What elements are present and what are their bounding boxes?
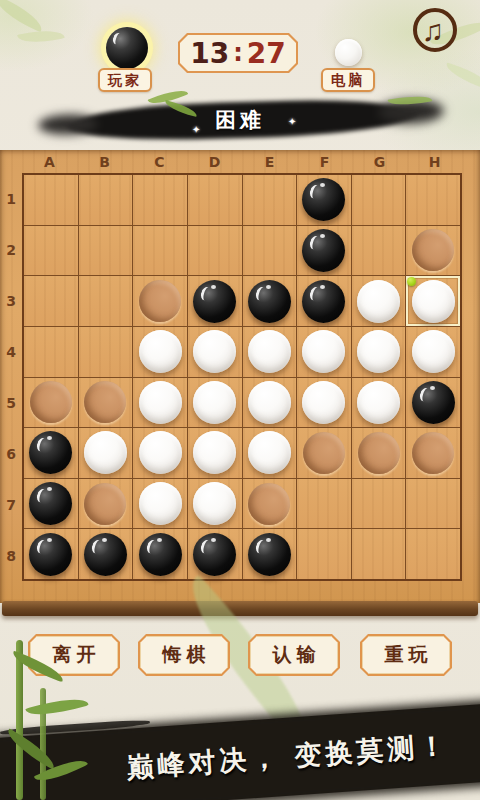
white-stone-H4 [412,330,455,373]
cell-E8[interactable] [243,529,297,579]
cell-B8[interactable] [79,529,133,579]
computer-avatar-white-stone [335,39,362,66]
white-stone-G5 [357,381,400,424]
cell-C5[interactable] [133,378,187,428]
cell-D1[interactable] [188,175,242,225]
row-label-3: 3 [0,275,22,326]
white-stone-E5 [248,381,291,424]
cell-A3[interactable] [24,276,78,326]
cell-D8[interactable] [188,529,242,579]
cell-G5[interactable] [352,378,406,428]
row-label-8: 8 [0,530,22,581]
cell-G8[interactable] [352,529,406,579]
computer-name-tag: 电脑 [321,68,375,92]
legal-move-hint-G6[interactable] [358,432,400,474]
cell-C2[interactable] [133,226,187,276]
cell-F2[interactable] [297,226,351,276]
cell-B4[interactable] [79,327,133,377]
timer-display: 13 : 27 [180,35,296,71]
cell-D7[interactable] [188,479,242,529]
black-stone-A7 [29,482,72,525]
row-label-2: 2 [0,224,22,275]
black-stone-F3 [302,280,345,323]
black-stone-A6 [29,431,72,474]
last-move-indicator-dot [407,277,416,286]
black-stone-F2 [302,229,345,272]
cell-D6[interactable] [188,428,242,478]
black-stone-E8 [248,533,291,576]
cell-B6[interactable] [79,428,133,478]
cell-B1[interactable] [79,175,133,225]
board-base-edge [2,601,478,616]
cell-B5[interactable] [79,378,133,428]
cell-G2[interactable] [352,226,406,276]
cell-A7[interactable] [24,479,78,529]
white-stone-B6 [84,431,127,474]
cell-F7[interactable] [297,479,351,529]
cell-C6[interactable] [133,428,187,478]
white-stone-C5 [139,381,182,424]
cell-C8[interactable] [133,529,187,579]
cell-H3[interactable] [406,276,460,326]
white-stone-G4 [357,330,400,373]
sparkle-decoration: ✦ [288,116,296,127]
cell-B7[interactable] [79,479,133,529]
column-label-B: B [77,152,132,173]
bamboo-leaf-decoration [25,692,88,723]
game-timer: 13 : 27 [178,33,298,73]
cell-G4[interactable] [352,327,406,377]
legal-move-hint-C3[interactable] [139,280,181,322]
black-stone-B8 [84,533,127,576]
bamboo-leaf-decoration [0,0,47,32]
bamboo-leaf-decoration [443,63,480,91]
white-stone-D4 [193,330,236,373]
cell-F6[interactable] [297,428,351,478]
legal-move-hint-F6[interactable] [303,432,345,474]
white-stone-F4 [302,330,345,373]
cell-H7[interactable] [406,479,460,529]
cell-H5[interactable] [406,378,460,428]
cell-E6[interactable] [243,428,297,478]
cell-A2[interactable] [24,226,78,276]
legal-move-hint-E7[interactable] [248,483,290,525]
timer-seconds: 27 [247,37,286,70]
white-stone-C4 [139,330,182,373]
cell-D5[interactable] [188,378,242,428]
music-toggle-button[interactable]: ♫ [413,8,457,52]
black-stone-C8 [139,533,182,576]
white-stone-D7 [193,482,236,525]
cell-E4[interactable] [243,327,297,377]
cell-B3[interactable] [79,276,133,326]
row-label-6: 6 [0,428,22,479]
column-label-D: D [187,152,242,173]
cell-F8[interactable] [297,529,351,579]
slogan-banner: 巅峰对决， 变换莫测！ [0,700,480,800]
cell-D2[interactable] [188,226,242,276]
cell-C7[interactable] [133,479,187,529]
legal-move-hint-H6[interactable] [412,432,454,474]
cell-H6[interactable] [406,428,460,478]
column-label-C: C [132,152,187,173]
cell-A6[interactable] [24,428,78,478]
slogan-text: 巅峰对决， 变换莫测！ [0,700,480,800]
white-stone-E6 [248,431,291,474]
legal-move-hint-B5[interactable] [84,381,126,423]
sparkle-decoration: ✦ [192,124,200,135]
cell-B2[interactable] [79,226,133,276]
white-stone-E4 [248,330,291,373]
cell-C4[interactable] [133,327,187,377]
row-label-5: 5 [0,377,22,428]
cell-H2[interactable] [406,226,460,276]
music-note-icon: ♫ [422,16,445,46]
cell-F5[interactable] [297,378,351,428]
resign-button-label: 认输 [250,636,338,674]
cell-C3[interactable] [133,276,187,326]
player-avatar-black-stone [106,27,148,69]
column-label-A: A [22,152,77,173]
difficulty-label: 困难 [0,106,480,134]
black-stone-E3 [248,280,291,323]
bamboo-stalk-decoration [16,640,23,800]
column-label-G: G [352,152,407,173]
white-stone-F5 [302,381,345,424]
cell-E7[interactable] [243,479,297,529]
cell-A1[interactable] [24,175,78,225]
white-stone-C6 [139,431,182,474]
timer-colon: : [233,39,243,67]
white-stone-D5 [193,381,236,424]
black-stone-D3 [193,280,236,323]
column-labels: ABCDEFGH [22,152,462,173]
white-stone-H3 [412,280,455,323]
timer-minutes: 13 [190,37,229,70]
cell-E2[interactable] [243,226,297,276]
cell-A4[interactable] [24,327,78,377]
white-stone-C7 [139,482,182,525]
white-stone-D6 [193,431,236,474]
cell-G3[interactable] [352,276,406,326]
row-label-1: 1 [0,173,22,224]
cell-E5[interactable] [243,378,297,428]
cell-F3[interactable] [297,276,351,326]
cell-H1[interactable] [406,175,460,225]
row-label-7: 7 [0,479,22,530]
replay-button[interactable]: 重玩 [360,634,452,676]
legal-move-hint-A5[interactable] [30,381,72,423]
resign-button[interactable]: 认输 [248,634,340,676]
cell-A5[interactable] [24,378,78,428]
white-stone-G3 [357,280,400,323]
cell-H4[interactable] [406,327,460,377]
column-label-F: F [297,152,352,173]
cell-F1[interactable] [297,175,351,225]
player-name-tag: 玩家 [98,68,152,92]
cell-A8[interactable] [24,529,78,579]
column-label-E: E [242,152,297,173]
row-labels: 12345678 [0,173,22,581]
cell-D3[interactable] [188,276,242,326]
column-label-H: H [407,152,462,173]
black-stone-F1 [302,178,345,221]
row-label-4: 4 [0,326,22,377]
undo-button-label: 悔棋 [140,636,228,674]
cell-G1[interactable] [352,175,406,225]
black-stone-H5 [412,381,455,424]
board-grid [22,173,462,581]
cell-F4[interactable] [297,327,351,377]
legal-move-hint-B7[interactable] [84,483,126,525]
cell-G6[interactable] [352,428,406,478]
legal-move-hint-H2[interactable] [412,229,454,271]
cell-H8[interactable] [406,529,460,579]
black-stone-A8 [29,533,72,576]
othello-game-screen: 玩家 13 : 27 电脑 ♫ 困难 ✦ ✦ ABCDEFGH 12345678… [0,0,480,800]
cell-E3[interactable] [243,276,297,326]
cell-D4[interactable] [188,327,242,377]
undo-move-button[interactable]: 悔棋 [138,634,230,676]
cell-C1[interactable] [133,175,187,225]
cell-G7[interactable] [352,479,406,529]
cell-E1[interactable] [243,175,297,225]
replay-button-label: 重玩 [362,636,450,674]
black-stone-D8 [193,533,236,576]
